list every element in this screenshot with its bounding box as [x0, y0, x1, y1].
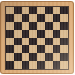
square-d4[interactable] [29, 38, 37, 46]
square-a4[interactable] [6, 38, 14, 46]
board-frame [5, 6, 69, 70]
square-c6[interactable] [22, 22, 30, 30]
square-c5[interactable] [22, 30, 30, 38]
square-e5[interactable] [37, 30, 45, 38]
square-h1[interactable] [60, 61, 68, 69]
square-a2[interactable] [6, 53, 14, 61]
square-b2[interactable] [14, 53, 22, 61]
square-g3[interactable] [53, 45, 61, 53]
square-g4[interactable] [53, 38, 61, 46]
square-c7[interactable] [22, 14, 30, 22]
square-h7[interactable] [60, 14, 68, 22]
square-d5[interactable] [29, 30, 37, 38]
square-a7[interactable] [6, 14, 14, 22]
square-c8[interactable] [22, 7, 30, 15]
chessboard [6, 7, 68, 69]
square-f1[interactable] [45, 61, 53, 69]
board-photo [0, 0, 75, 75]
square-c3[interactable] [22, 45, 30, 53]
square-d8[interactable] [29, 7, 37, 15]
square-h4[interactable] [60, 38, 68, 46]
square-c4[interactable] [22, 38, 30, 46]
square-d6[interactable] [29, 22, 37, 30]
square-f7[interactable] [45, 14, 53, 22]
square-g8[interactable] [53, 7, 61, 15]
square-b6[interactable] [14, 22, 22, 30]
square-c2[interactable] [22, 53, 30, 61]
square-d3[interactable] [29, 45, 37, 53]
square-e3[interactable] [37, 45, 45, 53]
square-a3[interactable] [6, 45, 14, 53]
square-g1[interactable] [53, 61, 61, 69]
square-f2[interactable] [45, 53, 53, 61]
square-d1[interactable] [29, 61, 37, 69]
square-e1[interactable] [37, 61, 45, 69]
square-f8[interactable] [45, 7, 53, 15]
square-f5[interactable] [45, 30, 53, 38]
square-h2[interactable] [60, 53, 68, 61]
square-f4[interactable] [45, 38, 53, 46]
wooden-board [0, 1, 74, 74]
square-b8[interactable] [14, 7, 22, 15]
square-a1[interactable] [6, 61, 14, 69]
square-b5[interactable] [14, 30, 22, 38]
square-g6[interactable] [53, 22, 61, 30]
square-h3[interactable] [60, 45, 68, 53]
square-e2[interactable] [37, 53, 45, 61]
square-h5[interactable] [60, 30, 68, 38]
square-e7[interactable] [37, 14, 45, 22]
square-e6[interactable] [37, 22, 45, 30]
square-a8[interactable] [6, 7, 14, 15]
square-h6[interactable] [60, 22, 68, 30]
square-f6[interactable] [45, 22, 53, 30]
square-f3[interactable] [45, 45, 53, 53]
square-g2[interactable] [53, 53, 61, 61]
square-h8[interactable] [60, 7, 68, 15]
square-b7[interactable] [14, 14, 22, 22]
square-b3[interactable] [14, 45, 22, 53]
square-g7[interactable] [53, 14, 61, 22]
square-a5[interactable] [6, 30, 14, 38]
square-g5[interactable] [53, 30, 61, 38]
square-b4[interactable] [14, 38, 22, 46]
square-a6[interactable] [6, 22, 14, 30]
square-d2[interactable] [29, 53, 37, 61]
square-c1[interactable] [22, 61, 30, 69]
square-e8[interactable] [37, 7, 45, 15]
square-d7[interactable] [29, 14, 37, 22]
square-b1[interactable] [14, 61, 22, 69]
square-e4[interactable] [37, 38, 45, 46]
